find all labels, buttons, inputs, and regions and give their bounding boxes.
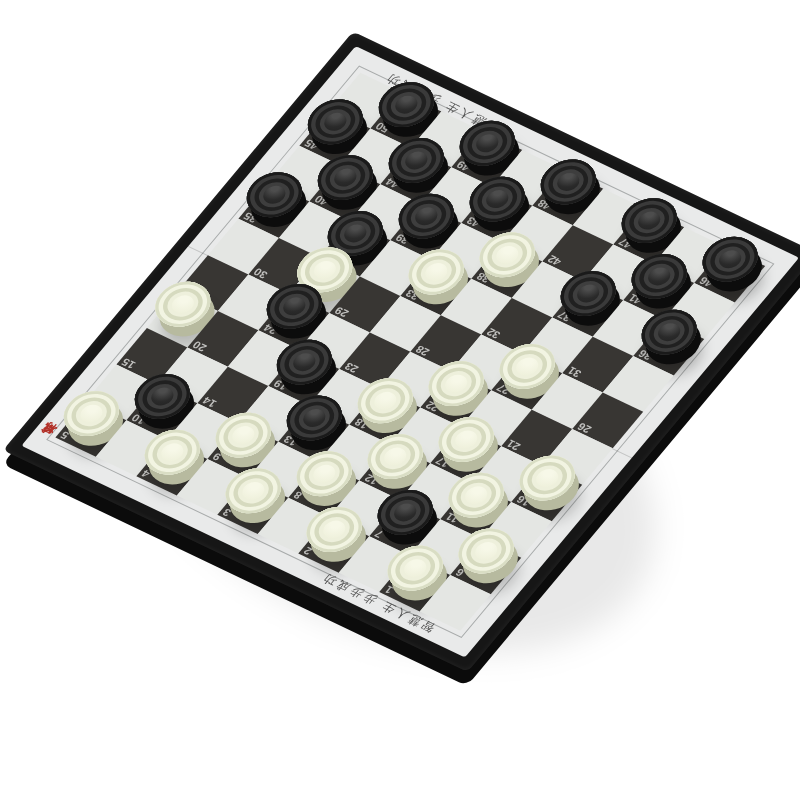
square-number-label: 8 [292, 489, 305, 500]
square-number-label: 3 [221, 507, 234, 518]
brand-logo: 威将 [31, 436, 49, 446]
draughts-board: 智慧人生 步步成功 智慧人生 步步成功 威将 50494847464544434… [3, 32, 800, 672]
square-number-label: 1 [383, 584, 396, 595]
square-number-label: 7 [373, 528, 386, 539]
square-number-label: 5 [59, 429, 72, 440]
square-number-label: 6 [454, 567, 467, 578]
square-number-label: 9 [211, 451, 224, 462]
checkered-area: 5049484746454443424140393837363534333231… [55, 73, 765, 631]
board-margin: 智慧人生 步步成功 智慧人生 步步成功 威将 50494847464544434… [21, 46, 799, 657]
